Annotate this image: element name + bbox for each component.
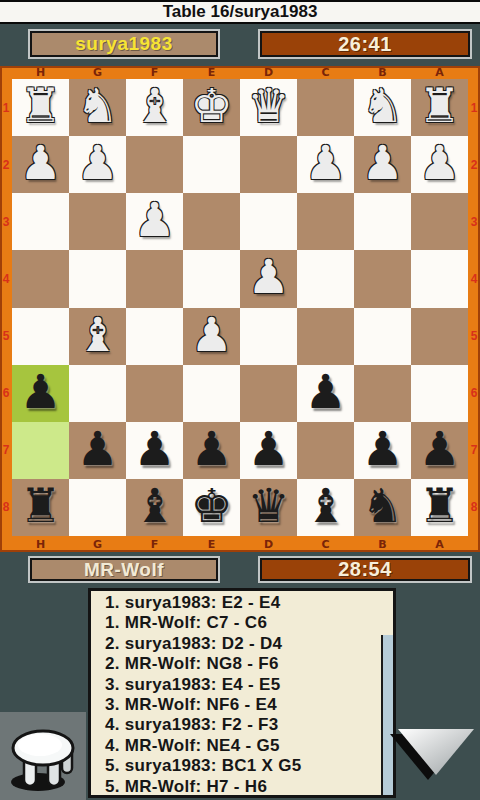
rank-label-3: 3 bbox=[0, 193, 12, 250]
square-b3[interactable] bbox=[354, 193, 411, 250]
square-e1[interactable]: ♚ bbox=[183, 79, 240, 136]
move-entry: 1. MR-Wolf: C7 - C6 bbox=[105, 613, 377, 633]
rank-label-1: 1 bbox=[0, 79, 12, 136]
top-player-name: surya1983 bbox=[75, 33, 172, 55]
piece-white-pawn[interactable]: ♟ bbox=[76, 139, 118, 186]
file-labels-top: HGFEDCBA bbox=[12, 66, 468, 79]
bottom-player-name-box: MR-Wolf bbox=[28, 556, 220, 583]
piece-white-knight[interactable]: ♞ bbox=[76, 82, 118, 129]
square-g8[interactable] bbox=[69, 479, 126, 536]
rank-labels-left: 12345678 bbox=[0, 79, 12, 536]
file-label-c: C bbox=[297, 536, 354, 552]
file-label-e: E bbox=[183, 536, 240, 552]
rank-label-4: 4 bbox=[0, 250, 12, 307]
piece-black-pawn[interactable]: ♟ bbox=[304, 368, 346, 415]
piece-black-queen[interactable]: ♛ bbox=[247, 482, 289, 529]
square-f7[interactable]: ♟ bbox=[126, 422, 183, 479]
bottom-player-bar: MR-Wolf 28:54 bbox=[0, 552, 480, 588]
piece-white-knight[interactable]: ♞ bbox=[361, 82, 403, 129]
square-b2[interactable]: ♟ bbox=[354, 136, 411, 193]
square-b7[interactable]: ♟ bbox=[354, 422, 411, 479]
square-b6[interactable] bbox=[354, 365, 411, 422]
move-entry: 3. surya1983: E4 - E5 bbox=[105, 675, 377, 695]
piece-black-pawn[interactable]: ♟ bbox=[418, 425, 460, 472]
piece-white-rook[interactable]: ♜ bbox=[19, 82, 61, 129]
piece-black-pawn[interactable]: ♟ bbox=[247, 425, 289, 472]
file-label-d: D bbox=[240, 66, 297, 79]
square-h6[interactable]: ♟ bbox=[12, 365, 69, 422]
rank-label-7: 7 bbox=[468, 422, 480, 479]
square-e2[interactable] bbox=[183, 136, 240, 193]
square-d2[interactable] bbox=[240, 136, 297, 193]
piece-white-pawn[interactable]: ♟ bbox=[418, 139, 460, 186]
rank-label-5: 5 bbox=[0, 308, 12, 365]
piece-white-pawn[interactable]: ♟ bbox=[19, 139, 61, 186]
square-d7[interactable]: ♟ bbox=[240, 422, 297, 479]
square-g7[interactable]: ♟ bbox=[69, 422, 126, 479]
square-d1[interactable]: ♛ bbox=[240, 79, 297, 136]
square-f1[interactable]: ♝ bbox=[126, 79, 183, 136]
piece-white-pawn[interactable]: ♟ bbox=[190, 311, 232, 358]
move-entry: 2. MR-Wolf: NG8 - F6 bbox=[105, 654, 377, 674]
title-bar: Table 16/surya1983 bbox=[0, 0, 480, 24]
move-entry: 4. MR-Wolf: NE4 - G5 bbox=[105, 736, 377, 756]
square-b4[interactable] bbox=[354, 250, 411, 307]
piece-black-bishop[interactable]: ♝ bbox=[133, 482, 175, 529]
top-player-name-box: surya1983 bbox=[28, 29, 220, 59]
square-h7[interactable] bbox=[12, 422, 69, 479]
file-label-b: B bbox=[354, 536, 411, 552]
piece-black-bishop[interactable]: ♝ bbox=[304, 482, 346, 529]
piece-black-rook[interactable]: ♜ bbox=[19, 482, 61, 529]
piece-white-pawn[interactable]: ♟ bbox=[304, 139, 346, 186]
square-c6[interactable]: ♟ bbox=[297, 365, 354, 422]
rank-label-4: 4 bbox=[468, 250, 480, 307]
square-d4[interactable]: ♟ bbox=[240, 250, 297, 307]
move-entry: 2. surya1983: D2 - D4 bbox=[105, 634, 377, 654]
square-c5[interactable] bbox=[297, 308, 354, 365]
square-b1[interactable]: ♞ bbox=[354, 79, 411, 136]
piece-black-rook[interactable]: ♜ bbox=[418, 482, 460, 529]
file-label-a: A bbox=[411, 66, 468, 79]
square-g3[interactable] bbox=[69, 193, 126, 250]
piece-black-pawn[interactable]: ♟ bbox=[361, 425, 403, 472]
file-labels-bottom: HGFEDCBA bbox=[12, 536, 468, 552]
square-c1[interactable] bbox=[297, 79, 354, 136]
square-e7[interactable]: ♟ bbox=[183, 422, 240, 479]
file-label-c: C bbox=[297, 66, 354, 79]
square-d3[interactable] bbox=[240, 193, 297, 250]
square-h8[interactable]: ♜ bbox=[12, 479, 69, 536]
square-c8[interactable]: ♝ bbox=[297, 479, 354, 536]
file-label-b: B bbox=[354, 66, 411, 79]
square-h3[interactable] bbox=[12, 193, 69, 250]
move-list[interactable]: 1. surya1983: E2 - E41. MR-Wolf: C7 - C6… bbox=[88, 588, 396, 798]
square-g1[interactable]: ♞ bbox=[69, 79, 126, 136]
file-label-a: A bbox=[411, 536, 468, 552]
file-label-h: H bbox=[12, 66, 69, 79]
top-player-bar: surya1983 26:41 bbox=[0, 24, 480, 66]
square-f4[interactable] bbox=[126, 250, 183, 307]
square-a2[interactable]: ♟ bbox=[411, 136, 468, 193]
rank-label-3: 3 bbox=[468, 193, 480, 250]
piece-black-pawn[interactable]: ♟ bbox=[19, 368, 61, 415]
page-title: Table 16/surya1983 bbox=[163, 2, 318, 22]
square-e5[interactable]: ♟ bbox=[183, 308, 240, 365]
square-f6[interactable] bbox=[126, 365, 183, 422]
piece-black-pawn[interactable]: ♟ bbox=[76, 425, 118, 472]
piece-white-queen[interactable]: ♛ bbox=[247, 82, 289, 129]
square-b5[interactable] bbox=[354, 308, 411, 365]
square-a8[interactable]: ♜ bbox=[411, 479, 468, 536]
rank-label-1: 1 bbox=[468, 79, 480, 136]
square-f5[interactable] bbox=[126, 308, 183, 365]
file-label-g: G bbox=[69, 536, 126, 552]
square-f8[interactable]: ♝ bbox=[126, 479, 183, 536]
piece-white-bishop[interactable]: ♝ bbox=[133, 82, 175, 129]
file-label-h: H bbox=[12, 536, 69, 552]
square-e3[interactable] bbox=[183, 193, 240, 250]
rank-label-8: 8 bbox=[0, 479, 12, 536]
square-a7[interactable]: ♟ bbox=[411, 422, 468, 479]
square-d8[interactable]: ♛ bbox=[240, 479, 297, 536]
file-label-f: F bbox=[126, 536, 183, 552]
square-g4[interactable] bbox=[69, 250, 126, 307]
piece-white-pawn[interactable]: ♟ bbox=[247, 253, 289, 300]
square-g2[interactable]: ♟ bbox=[69, 136, 126, 193]
square-h4[interactable] bbox=[12, 250, 69, 307]
square-f2[interactable] bbox=[126, 136, 183, 193]
square-c4[interactable] bbox=[297, 250, 354, 307]
bottom-player-name: MR-Wolf bbox=[84, 559, 164, 581]
table-stool-icon[interactable] bbox=[4, 716, 82, 796]
square-a4[interactable] bbox=[411, 250, 468, 307]
square-c3[interactable] bbox=[297, 193, 354, 250]
square-h2[interactable]: ♟ bbox=[12, 136, 69, 193]
app-screen: Table 16/surya1983 surya1983 26:41 HGFED… bbox=[0, 0, 480, 800]
rank-label-8: 8 bbox=[468, 479, 480, 536]
piece-white-pawn[interactable]: ♟ bbox=[133, 196, 175, 243]
square-e6[interactable] bbox=[183, 365, 240, 422]
square-e4[interactable] bbox=[183, 250, 240, 307]
move-entry: 5. surya1983: BC1 X G5 bbox=[105, 756, 377, 776]
rank-labels-right: 12345678 bbox=[468, 79, 480, 536]
piece-white-rook[interactable]: ♜ bbox=[418, 82, 460, 129]
file-label-e: E bbox=[183, 66, 240, 79]
piece-white-bishop[interactable]: ♝ bbox=[76, 311, 118, 358]
piece-white-pawn[interactable]: ♟ bbox=[361, 139, 403, 186]
rank-label-5: 5 bbox=[468, 308, 480, 365]
rank-label-7: 7 bbox=[0, 422, 12, 479]
rank-label-2: 2 bbox=[0, 136, 12, 193]
square-g5[interactable]: ♝ bbox=[69, 308, 126, 365]
piece-black-king[interactable]: ♚ bbox=[190, 482, 232, 529]
rank-label-6: 6 bbox=[468, 365, 480, 422]
piece-black-pawn[interactable]: ♟ bbox=[133, 425, 175, 472]
file-label-f: F bbox=[126, 66, 183, 79]
piece-black-knight[interactable]: ♞ bbox=[361, 482, 403, 529]
square-h1[interactable]: ♜ bbox=[12, 79, 69, 136]
rank-label-6: 6 bbox=[0, 365, 12, 422]
file-label-d: D bbox=[240, 536, 297, 552]
square-a1[interactable]: ♜ bbox=[411, 79, 468, 136]
square-e8[interactable]: ♚ bbox=[183, 479, 240, 536]
square-c2[interactable]: ♟ bbox=[297, 136, 354, 193]
piece-white-king[interactable]: ♚ bbox=[190, 82, 232, 129]
square-f3[interactable]: ♟ bbox=[126, 193, 183, 250]
piece-black-pawn[interactable]: ♟ bbox=[190, 425, 232, 472]
move-lines: 1. surya1983: E2 - E41. MR-Wolf: C7 - C6… bbox=[105, 593, 377, 795]
rank-label-2: 2 bbox=[468, 136, 480, 193]
square-a3[interactable] bbox=[411, 193, 468, 250]
move-entry: 3. MR-Wolf: NF6 - E4 bbox=[105, 695, 377, 715]
square-d6[interactable] bbox=[240, 365, 297, 422]
move-entry: 5. MR-Wolf: H7 - H6 bbox=[105, 777, 377, 797]
square-g6[interactable] bbox=[69, 365, 126, 422]
top-player-clock: 26:41 bbox=[338, 33, 392, 56]
file-label-g: G bbox=[69, 66, 126, 79]
square-b8[interactable]: ♞ bbox=[354, 479, 411, 536]
bottom-player-clock: 28:54 bbox=[338, 558, 392, 581]
chess-board[interactable]: ♜♞♝♚♛♞♜♟♟♟♟♟♟♟♝♟♟♟♟♟♟♟♟♟♜♝♚♛♝♞♜ bbox=[12, 79, 468, 536]
move-entry: 4. surya1983: F2 - F3 bbox=[105, 715, 377, 735]
square-c7[interactable] bbox=[297, 422, 354, 479]
top-player-clock-box: 26:41 bbox=[258, 29, 472, 59]
triangle-down-icon[interactable] bbox=[386, 722, 478, 784]
square-d5[interactable] bbox=[240, 308, 297, 365]
bottom-player-clock-box: 28:54 bbox=[258, 556, 472, 583]
square-a5[interactable] bbox=[411, 308, 468, 365]
square-h5[interactable] bbox=[12, 308, 69, 365]
move-entry: 1. surya1983: E2 - E4 bbox=[105, 593, 377, 613]
square-a6[interactable] bbox=[411, 365, 468, 422]
